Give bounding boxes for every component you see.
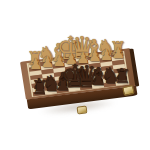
brass-latch-front — [77, 105, 88, 114]
chess-set-photo: ♜♞♝♚♛♝♞♜♟♟♟♟♟♟♟♟♟♟♟♟♟♟♟♟♜♞♝♚♛♝♞♜ — [0, 0, 150, 150]
piece-black-rook[interactable]: ♜ — [102, 68, 142, 84]
piece-white-pawn[interactable]: ♟ — [98, 47, 138, 60]
square-a8[interactable]: ♜ — [115, 80, 127, 86]
chess-board-box: ♜♞♝♚♛♝♞♜♟♟♟♟♟♟♟♟♟♟♟♟♟♟♟♟♜♞♝♚♛♝♞♜ — [20, 48, 136, 100]
